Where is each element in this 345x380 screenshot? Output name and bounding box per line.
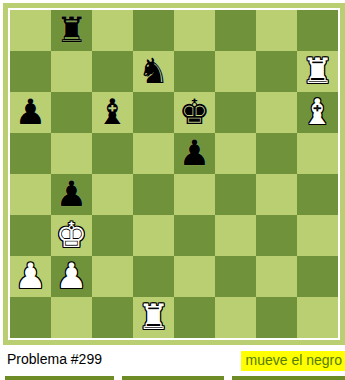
square-a1: [10, 297, 51, 338]
square-g4: [256, 174, 297, 215]
square-d1: ♜: [133, 297, 174, 338]
chess-board-inner-border: ♜♞♜♟♝♚♝♟♟♚♟♟♜: [8, 8, 340, 340]
square-a6: ♟: [10, 92, 51, 133]
chess-board: ♜♞♜♟♝♚♝♟♟♚♟♟♜: [10, 10, 338, 338]
square-d6: [133, 92, 174, 133]
square-c2: [92, 256, 133, 297]
square-b6: [51, 92, 92, 133]
square-h1: [297, 297, 338, 338]
square-d2: [133, 256, 174, 297]
square-g6: [256, 92, 297, 133]
square-f2: [215, 256, 256, 297]
table-border-segment: [232, 376, 345, 380]
square-b4: ♟: [51, 174, 92, 215]
square-d5: [133, 133, 174, 174]
square-f1: [215, 297, 256, 338]
black-pawn-a6: ♟: [15, 95, 46, 130]
side-to-move-badge: mueve el negro: [241, 351, 345, 371]
square-g3: [256, 215, 297, 256]
square-h7: ♜: [297, 51, 338, 92]
square-e3: [174, 215, 215, 256]
table-top-borders: [0, 376, 345, 380]
square-d4: [133, 174, 174, 215]
square-h2: [297, 256, 338, 297]
black-king-e6: ♚: [179, 95, 210, 130]
white-pawn-a2: ♟: [15, 259, 46, 294]
square-d3: [133, 215, 174, 256]
square-g8: [256, 10, 297, 51]
square-e5: ♟: [174, 133, 215, 174]
square-h5: [297, 133, 338, 174]
square-f4: [215, 174, 256, 215]
square-f3: [215, 215, 256, 256]
square-e1: [174, 297, 215, 338]
white-bishop-h6: ♝: [302, 95, 333, 130]
square-f7: [215, 51, 256, 92]
square-c6: ♝: [92, 92, 133, 133]
square-a4: [10, 174, 51, 215]
square-d8: [133, 10, 174, 51]
square-b5: [51, 133, 92, 174]
square-g2: [256, 256, 297, 297]
square-g5: [256, 133, 297, 174]
black-bishop-c6: ♝: [97, 95, 128, 130]
square-b2: ♟: [51, 256, 92, 297]
square-a3: [10, 215, 51, 256]
black-knight-d7: ♞: [138, 54, 169, 89]
square-h4: [297, 174, 338, 215]
black-rook-b8: ♜: [56, 13, 87, 48]
square-e8: [174, 10, 215, 51]
square-c5: [92, 133, 133, 174]
square-g1: [256, 297, 297, 338]
white-king-b3: ♚: [56, 218, 87, 253]
square-f5: [215, 133, 256, 174]
square-f6: [215, 92, 256, 133]
white-rook-d1: ♜: [138, 300, 169, 335]
table-border-segment: [5, 376, 114, 380]
square-h6: ♝: [297, 92, 338, 133]
problem-title: Problema #299: [7, 351, 102, 368]
square-a7: [10, 51, 51, 92]
square-e2: [174, 256, 215, 297]
white-pawn-b2: ♟: [56, 259, 87, 294]
square-a8: [10, 10, 51, 51]
black-pawn-e5: ♟: [179, 136, 210, 171]
square-f8: [215, 10, 256, 51]
chess-board-frame: ♜♞♜♟♝♚♝♟♟♚♟♟♜: [3, 3, 345, 345]
square-e7: [174, 51, 215, 92]
square-b3: ♚: [51, 215, 92, 256]
square-c8: [92, 10, 133, 51]
caption-row: Problema #299 mueve el negro: [0, 351, 345, 371]
square-h3: [297, 215, 338, 256]
square-b8: ♜: [51, 10, 92, 51]
square-b7: [51, 51, 92, 92]
square-g7: [256, 51, 297, 92]
square-e4: [174, 174, 215, 215]
white-rook-h7: ♜: [302, 54, 333, 89]
square-h8: [297, 10, 338, 51]
square-c4: [92, 174, 133, 215]
square-a2: ♟: [10, 256, 51, 297]
square-e6: ♚: [174, 92, 215, 133]
black-pawn-b4: ♟: [56, 177, 87, 212]
square-c7: [92, 51, 133, 92]
square-b1: [51, 297, 92, 338]
square-a5: [10, 133, 51, 174]
square-c1: [92, 297, 133, 338]
square-d7: ♞: [133, 51, 174, 92]
table-border-segment: [122, 376, 224, 380]
square-c3: [92, 215, 133, 256]
